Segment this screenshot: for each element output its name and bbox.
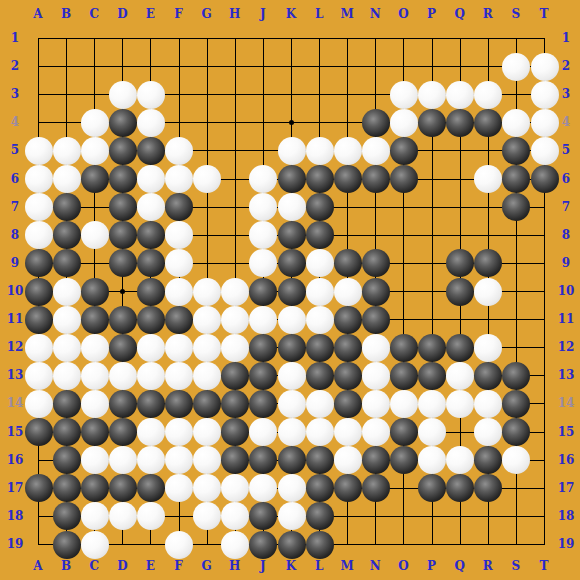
row-label-right-5: 5	[562, 144, 570, 156]
col-label-top-H: H	[229, 8, 240, 20]
stone-white-H10[interactable]	[221, 278, 249, 306]
stone-black-O15[interactable]	[390, 418, 418, 446]
stone-white-E15[interactable]	[137, 418, 165, 446]
stone-white-G10[interactable]	[193, 278, 221, 306]
stone-black-N4[interactable]	[362, 109, 390, 137]
col-label-top-N: N	[370, 8, 381, 20]
go-board: AABBCCDDEEFFGGHHJJKKLLMMNNOOPPQQRRSSTT11…	[0, 0, 580, 580]
row-label-right-1: 1	[562, 32, 570, 44]
stone-white-N14[interactable]	[362, 390, 390, 418]
stone-white-L15[interactable]	[306, 418, 334, 446]
row-label-left-10: 10	[7, 285, 24, 297]
stone-white-L11[interactable]	[306, 306, 334, 334]
stone-black-M9[interactable]	[334, 249, 362, 277]
stone-black-O5[interactable]	[390, 137, 418, 165]
stone-black-P17[interactable]	[418, 474, 446, 502]
stone-white-F12[interactable]	[165, 334, 193, 362]
col-label-bottom-E: E	[146, 560, 155, 572]
stone-white-R14[interactable]	[474, 390, 502, 418]
col-label-top-P: P	[427, 8, 436, 20]
stone-white-K13[interactable]	[278, 362, 306, 390]
row-label-left-6: 6	[11, 173, 19, 185]
stone-black-L19[interactable]	[306, 531, 334, 559]
stone-black-Q10[interactable]	[446, 278, 474, 306]
stone-white-D13[interactable]	[109, 362, 137, 390]
col-label-bottom-M: M	[341, 560, 354, 572]
stone-white-N5[interactable]	[362, 137, 390, 165]
stone-white-J11[interactable]	[249, 306, 277, 334]
stone-white-K15[interactable]	[278, 418, 306, 446]
stone-black-Q17[interactable]	[446, 474, 474, 502]
stone-black-H14[interactable]	[221, 390, 249, 418]
row-label-left-9: 9	[11, 257, 19, 269]
row-label-right-3: 3	[562, 88, 570, 100]
stone-black-E17[interactable]	[137, 474, 165, 502]
stone-white-F9[interactable]	[165, 249, 193, 277]
stone-black-M12[interactable]	[334, 334, 362, 362]
stone-white-A6[interactable]	[25, 165, 53, 193]
stone-black-D15[interactable]	[109, 418, 137, 446]
row-label-left-3: 3	[11, 88, 19, 100]
stone-black-J14[interactable]	[249, 390, 277, 418]
stone-black-B16[interactable]	[53, 446, 81, 474]
stone-white-F5[interactable]	[165, 137, 193, 165]
stone-black-C10[interactable]	[81, 278, 109, 306]
stone-white-H12[interactable]	[221, 334, 249, 362]
stone-black-O16[interactable]	[390, 446, 418, 474]
stone-white-T2[interactable]	[531, 53, 559, 81]
col-label-top-E: E	[146, 8, 155, 20]
stone-white-L10[interactable]	[306, 278, 334, 306]
stone-black-P13[interactable]	[418, 362, 446, 390]
col-label-bottom-N: N	[370, 560, 381, 572]
stone-white-P16[interactable]	[418, 446, 446, 474]
star-point-D10	[120, 289, 125, 294]
stone-black-D9[interactable]	[109, 249, 137, 277]
stone-white-F10[interactable]	[165, 278, 193, 306]
stone-white-T5[interactable]	[531, 137, 559, 165]
stone-black-S5[interactable]	[502, 137, 530, 165]
stone-black-D14[interactable]	[109, 390, 137, 418]
stone-black-L18[interactable]	[306, 502, 334, 530]
stone-black-J16[interactable]	[249, 446, 277, 474]
stone-white-O4[interactable]	[390, 109, 418, 137]
stone-black-C6[interactable]	[81, 165, 109, 193]
col-label-top-O: O	[398, 8, 408, 20]
col-label-bottom-G: G	[202, 560, 212, 572]
row-label-left-7: 7	[11, 201, 19, 213]
row-label-left-15: 15	[7, 426, 24, 438]
stone-white-Q16[interactable]	[446, 446, 474, 474]
stone-black-K10[interactable]	[278, 278, 306, 306]
row-label-left-11: 11	[7, 313, 24, 325]
stone-white-P14[interactable]	[418, 390, 446, 418]
stone-black-L8[interactable]	[306, 221, 334, 249]
col-label-top-T: T	[540, 8, 549, 20]
col-label-bottom-C: C	[89, 560, 99, 572]
stone-white-C18[interactable]	[81, 502, 109, 530]
col-label-bottom-P: P	[427, 560, 436, 572]
stone-black-S13[interactable]	[502, 362, 530, 390]
row-label-right-19: 19	[558, 538, 575, 550]
stone-white-Q13[interactable]	[446, 362, 474, 390]
stone-black-D4[interactable]	[109, 109, 137, 137]
stone-black-S7[interactable]	[502, 193, 530, 221]
stone-black-B8[interactable]	[53, 221, 81, 249]
stone-black-R4[interactable]	[474, 109, 502, 137]
stone-black-D8[interactable]	[109, 221, 137, 249]
col-label-top-K: K	[286, 8, 296, 20]
stone-white-E16[interactable]	[137, 446, 165, 474]
col-label-top-A: A	[33, 8, 42, 20]
row-label-right-8: 8	[562, 229, 570, 241]
stone-black-L17[interactable]	[306, 474, 334, 502]
stone-black-E8[interactable]	[137, 221, 165, 249]
row-label-left-19: 19	[7, 538, 24, 550]
stone-black-L12[interactable]	[306, 334, 334, 362]
row-label-right-15: 15	[558, 426, 575, 438]
stone-white-B5[interactable]	[53, 137, 81, 165]
stone-black-J10[interactable]	[249, 278, 277, 306]
stone-black-B18[interactable]	[53, 502, 81, 530]
col-label-bottom-R: R	[483, 560, 493, 572]
stone-white-C12[interactable]	[81, 334, 109, 362]
stone-black-B14[interactable]	[53, 390, 81, 418]
col-label-top-M: M	[341, 8, 354, 20]
col-label-bottom-F: F	[174, 560, 183, 572]
stone-black-G14[interactable]	[193, 390, 221, 418]
col-label-bottom-O: O	[398, 560, 408, 572]
stone-black-O12[interactable]	[390, 334, 418, 362]
stone-white-S4[interactable]	[502, 109, 530, 137]
stone-black-K8[interactable]	[278, 221, 306, 249]
stone-black-B19[interactable]	[53, 531, 81, 559]
row-label-left-13: 13	[7, 369, 24, 381]
col-label-top-D: D	[117, 8, 127, 20]
stone-black-R16[interactable]	[474, 446, 502, 474]
stone-black-E10[interactable]	[137, 278, 165, 306]
col-label-top-G: G	[202, 8, 212, 20]
stone-black-L16[interactable]	[306, 446, 334, 474]
stone-black-J13[interactable]	[249, 362, 277, 390]
col-label-bottom-B: B	[61, 560, 71, 572]
stone-white-A5[interactable]	[25, 137, 53, 165]
stone-white-J9[interactable]	[249, 249, 277, 277]
stone-black-A15[interactable]	[25, 418, 53, 446]
row-label-right-2: 2	[562, 60, 570, 72]
stone-white-E18[interactable]	[137, 502, 165, 530]
row-label-left-16: 16	[7, 454, 24, 466]
stone-white-K17[interactable]	[278, 474, 306, 502]
stone-black-D17[interactable]	[109, 474, 137, 502]
stone-black-S15[interactable]	[502, 418, 530, 446]
col-label-bottom-L: L	[315, 560, 323, 572]
stone-white-C13[interactable]	[81, 362, 109, 390]
star-point-K4	[289, 120, 294, 125]
stone-white-N15[interactable]	[362, 418, 390, 446]
stone-black-H16[interactable]	[221, 446, 249, 474]
stone-black-F14[interactable]	[165, 390, 193, 418]
stone-white-L14[interactable]	[306, 390, 334, 418]
stone-black-D7[interactable]	[109, 193, 137, 221]
stone-white-P3[interactable]	[418, 81, 446, 109]
stone-black-K6[interactable]	[278, 165, 306, 193]
stone-white-N12[interactable]	[362, 334, 390, 362]
stone-white-G12[interactable]	[193, 334, 221, 362]
stone-black-S6[interactable]	[502, 165, 530, 193]
stone-black-R9[interactable]	[474, 249, 502, 277]
stone-black-E14[interactable]	[137, 390, 165, 418]
col-label-bottom-Q: Q	[454, 560, 464, 572]
stone-white-P15[interactable]	[418, 418, 446, 446]
stone-black-B7[interactable]	[53, 193, 81, 221]
stone-white-D3[interactable]	[109, 81, 137, 109]
stone-white-B6[interactable]	[53, 165, 81, 193]
stone-black-B9[interactable]	[53, 249, 81, 277]
stone-white-K7[interactable]	[278, 193, 306, 221]
stone-white-N13[interactable]	[362, 362, 390, 390]
stone-black-N16[interactable]	[362, 446, 390, 474]
stone-black-K12[interactable]	[278, 334, 306, 362]
stone-white-E12[interactable]	[137, 334, 165, 362]
stone-black-C11[interactable]	[81, 306, 109, 334]
stone-white-O3[interactable]	[390, 81, 418, 109]
stone-white-B11[interactable]	[53, 306, 81, 334]
row-label-right-9: 9	[562, 257, 570, 269]
stone-white-M15[interactable]	[334, 418, 362, 446]
stone-white-A7[interactable]	[25, 193, 53, 221]
stone-black-O6[interactable]	[390, 165, 418, 193]
stone-black-O13[interactable]	[390, 362, 418, 390]
stone-black-N10[interactable]	[362, 278, 390, 306]
stone-black-M11[interactable]	[334, 306, 362, 334]
stone-black-M6[interactable]	[334, 165, 362, 193]
stone-white-L9[interactable]	[306, 249, 334, 277]
stone-white-A8[interactable]	[25, 221, 53, 249]
col-label-bottom-J: J	[260, 560, 266, 572]
stone-white-R12[interactable]	[474, 334, 502, 362]
stone-black-B15[interactable]	[53, 418, 81, 446]
stone-black-C17[interactable]	[81, 474, 109, 502]
col-label-bottom-S: S	[512, 560, 521, 572]
stone-black-E5[interactable]	[137, 137, 165, 165]
stone-black-C15[interactable]	[81, 418, 109, 446]
stone-white-H18[interactable]	[221, 502, 249, 530]
stone-white-E13[interactable]	[137, 362, 165, 390]
row-label-right-10: 10	[558, 285, 575, 297]
stone-black-E11[interactable]	[137, 306, 165, 334]
stone-black-B17[interactable]	[53, 474, 81, 502]
stone-white-G13[interactable]	[193, 362, 221, 390]
stone-white-H19[interactable]	[221, 531, 249, 559]
stone-black-K9[interactable]	[278, 249, 306, 277]
stone-black-T6[interactable]	[531, 165, 559, 193]
row-label-left-5: 5	[11, 144, 19, 156]
stone-white-Q3[interactable]	[446, 81, 474, 109]
stone-white-E4[interactable]	[137, 109, 165, 137]
col-label-bottom-D: D	[117, 560, 127, 572]
stone-black-M17[interactable]	[334, 474, 362, 502]
stone-white-B13[interactable]	[53, 362, 81, 390]
stone-black-Q9[interactable]	[446, 249, 474, 277]
stone-white-R6[interactable]	[474, 165, 502, 193]
stone-black-M13[interactable]	[334, 362, 362, 390]
stone-white-B12[interactable]	[53, 334, 81, 362]
stone-black-A11[interactable]	[25, 306, 53, 334]
stone-white-C8[interactable]	[81, 221, 109, 249]
stone-black-N11[interactable]	[362, 306, 390, 334]
stone-white-M5[interactable]	[334, 137, 362, 165]
stone-black-H15[interactable]	[221, 418, 249, 446]
stone-white-E7[interactable]	[137, 193, 165, 221]
stone-black-S14[interactable]	[502, 390, 530, 418]
stone-white-G17[interactable]	[193, 474, 221, 502]
row-label-left-14: 14	[7, 397, 24, 409]
col-label-bottom-H: H	[229, 560, 240, 572]
stone-white-R3[interactable]	[474, 81, 502, 109]
stone-white-H11[interactable]	[221, 306, 249, 334]
stone-black-L6[interactable]	[306, 165, 334, 193]
stone-white-S16[interactable]	[502, 446, 530, 474]
stone-white-F6[interactable]	[165, 165, 193, 193]
stone-white-K11[interactable]	[278, 306, 306, 334]
row-label-right-7: 7	[562, 201, 570, 213]
stone-white-F13[interactable]	[165, 362, 193, 390]
stone-white-J6[interactable]	[249, 165, 277, 193]
col-label-top-B: B	[61, 8, 71, 20]
stone-white-F19[interactable]	[165, 531, 193, 559]
col-label-top-L: L	[315, 8, 323, 20]
stone-black-D5[interactable]	[109, 137, 137, 165]
row-label-right-14: 14	[558, 397, 575, 409]
stone-black-L13[interactable]	[306, 362, 334, 390]
stone-black-J19[interactable]	[249, 531, 277, 559]
stone-black-D12[interactable]	[109, 334, 137, 362]
row-label-left-18: 18	[7, 510, 24, 522]
stone-white-C5[interactable]	[81, 137, 109, 165]
stone-black-N6[interactable]	[362, 165, 390, 193]
stone-black-R13[interactable]	[474, 362, 502, 390]
stone-white-A14[interactable]	[25, 390, 53, 418]
col-label-bottom-T: T	[540, 560, 549, 572]
row-label-left-4: 4	[11, 116, 19, 128]
row-label-left-8: 8	[11, 229, 19, 241]
stone-black-Q4[interactable]	[446, 109, 474, 137]
row-label-right-6: 6	[562, 173, 570, 185]
col-label-top-J: J	[260, 8, 266, 20]
stone-black-A10[interactable]	[25, 278, 53, 306]
stone-white-E6[interactable]	[137, 165, 165, 193]
stone-white-F17[interactable]	[165, 474, 193, 502]
stone-white-T3[interactable]	[531, 81, 559, 109]
stone-white-C19[interactable]	[81, 531, 109, 559]
col-label-bottom-A: A	[33, 560, 42, 572]
row-label-left-17: 17	[7, 482, 24, 494]
row-label-left-2: 2	[11, 60, 19, 72]
stone-black-J18[interactable]	[249, 502, 277, 530]
stone-white-D16[interactable]	[109, 446, 137, 474]
stone-white-D18[interactable]	[109, 502, 137, 530]
stone-black-N17[interactable]	[362, 474, 390, 502]
stone-black-D6[interactable]	[109, 165, 137, 193]
stone-white-C16[interactable]	[81, 446, 109, 474]
stone-white-T4[interactable]	[531, 109, 559, 137]
row-label-right-16: 16	[558, 454, 575, 466]
stone-white-E3[interactable]	[137, 81, 165, 109]
stone-black-K16[interactable]	[278, 446, 306, 474]
stone-white-C4[interactable]	[81, 109, 109, 137]
stone-white-M10[interactable]	[334, 278, 362, 306]
stone-white-M16[interactable]	[334, 446, 362, 474]
stone-white-J7[interactable]	[249, 193, 277, 221]
stone-black-D11[interactable]	[109, 306, 137, 334]
stone-white-A12[interactable]	[25, 334, 53, 362]
stone-black-P4[interactable]	[418, 109, 446, 137]
stone-white-J17[interactable]	[249, 474, 277, 502]
stone-black-R17[interactable]	[474, 474, 502, 502]
row-label-right-13: 13	[558, 369, 575, 381]
stone-white-S2[interactable]	[502, 53, 530, 81]
stone-black-A17[interactable]	[25, 474, 53, 502]
stone-black-E9[interactable]	[137, 249, 165, 277]
stone-white-G18[interactable]	[193, 502, 221, 530]
stone-white-G6[interactable]	[193, 165, 221, 193]
stone-black-K19[interactable]	[278, 531, 306, 559]
col-label-top-R: R	[483, 8, 493, 20]
stone-black-Q12[interactable]	[446, 334, 474, 362]
col-label-top-S: S	[512, 8, 521, 20]
stone-black-H13[interactable]	[221, 362, 249, 390]
stone-black-A9[interactable]	[25, 249, 53, 277]
stone-black-M14[interactable]	[334, 390, 362, 418]
stone-black-J12[interactable]	[249, 334, 277, 362]
stone-white-J15[interactable]	[249, 418, 277, 446]
stone-white-C14[interactable]	[81, 390, 109, 418]
stone-white-F15[interactable]	[165, 418, 193, 446]
stone-white-K18[interactable]	[278, 502, 306, 530]
stone-white-J8[interactable]	[249, 221, 277, 249]
stone-white-F16[interactable]	[165, 446, 193, 474]
stone-white-R10[interactable]	[474, 278, 502, 306]
stone-white-F8[interactable]	[165, 221, 193, 249]
stone-white-K14[interactable]	[278, 390, 306, 418]
row-label-right-4: 4	[562, 116, 570, 128]
col-label-top-C: C	[89, 8, 99, 20]
stone-black-F7[interactable]	[165, 193, 193, 221]
col-label-top-F: F	[174, 8, 183, 20]
stone-white-K5[interactable]	[278, 137, 306, 165]
stone-white-A13[interactable]	[25, 362, 53, 390]
row-label-right-17: 17	[558, 482, 575, 494]
stone-white-B10[interactable]	[53, 278, 81, 306]
stone-white-Q14[interactable]	[446, 390, 474, 418]
row-label-left-1: 1	[11, 32, 19, 44]
stone-black-P12[interactable]	[418, 334, 446, 362]
stone-white-G15[interactable]	[193, 418, 221, 446]
row-label-right-12: 12	[558, 341, 575, 353]
stone-white-O14[interactable]	[390, 390, 418, 418]
stone-white-G16[interactable]	[193, 446, 221, 474]
stone-black-L7[interactable]	[306, 193, 334, 221]
stone-white-G11[interactable]	[193, 306, 221, 334]
stone-white-R15[interactable]	[474, 418, 502, 446]
row-label-right-18: 18	[558, 510, 575, 522]
stone-black-F11[interactable]	[165, 306, 193, 334]
stone-white-L5[interactable]	[306, 137, 334, 165]
col-label-bottom-K: K	[286, 560, 296, 572]
stone-white-H17[interactable]	[221, 474, 249, 502]
stone-black-N9[interactable]	[362, 249, 390, 277]
